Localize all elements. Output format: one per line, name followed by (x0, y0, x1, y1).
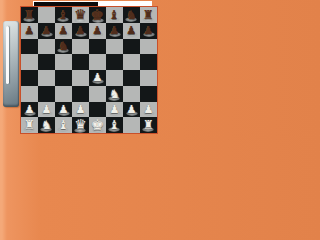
square-c4[interactable] (55, 70, 72, 86)
square-h7[interactable]: ♟ (140, 23, 157, 39)
white-rook-h1[interactable]: ♜ (143, 119, 154, 131)
white-knight-b1[interactable]: ♞ (41, 119, 52, 131)
square-h3[interactable] (140, 86, 157, 102)
square-e7[interactable]: ♟ (89, 23, 106, 39)
square-d8[interactable]: ♛ (72, 7, 89, 23)
white-pawn-d2[interactable]: ♟ (76, 104, 86, 115)
square-f1[interactable]: ♝ (106, 117, 123, 133)
square-b8[interactable] (38, 7, 55, 23)
black-bishop-f8[interactable]: ♝ (109, 9, 120, 21)
square-g5[interactable] (123, 54, 140, 70)
square-h1[interactable]: ♜ (140, 117, 157, 133)
white-bishop-f1[interactable]: ♝ (109, 119, 120, 131)
white-pawn-g2[interactable]: ♟ (127, 104, 137, 115)
square-b7[interactable]: ♟ (38, 23, 55, 39)
white-pawn-e4[interactable]: ♟ (93, 72, 103, 83)
white-king-e1[interactable]: ♚ (91, 118, 104, 133)
square-d2[interactable]: ♟ (72, 102, 89, 118)
square-f8[interactable]: ♝ (106, 7, 123, 23)
square-b1[interactable]: ♞ (38, 117, 55, 133)
square-a3[interactable] (21, 86, 38, 102)
black-pawn-f7[interactable]: ♟ (110, 25, 120, 36)
square-c2[interactable]: ♟ (55, 102, 72, 118)
square-f2[interactable]: ♟ (106, 102, 123, 118)
square-d7[interactable]: ♟ (72, 23, 89, 39)
square-h6[interactable] (140, 39, 157, 55)
square-e2[interactable] (89, 102, 106, 118)
square-a7[interactable]: ♟ (21, 23, 38, 39)
square-d5[interactable] (72, 54, 89, 70)
square-c3[interactable] (55, 86, 72, 102)
square-f6[interactable] (106, 39, 123, 55)
white-bishop-c1[interactable]: ♝ (58, 119, 69, 131)
square-g2[interactable]: ♟ (123, 102, 140, 118)
white-pawn-b2[interactable]: ♟ (42, 104, 52, 115)
black-pawn-e7[interactable]: ♟ (93, 25, 103, 36)
square-c8[interactable]: ♝ (55, 7, 72, 23)
black-pawn-d7[interactable]: ♟ (76, 25, 86, 36)
square-e4[interactable]: ♟ (89, 70, 106, 86)
square-f4[interactable] (106, 70, 123, 86)
chess-board[interactable]: ♜♝♛♚♝♞♜♟♟♟♟♟♟♟♟♞♟♞♟♟♟♟♟♟♟♜♞♝♛♚♝♜ (20, 6, 158, 134)
black-pawn-a7[interactable]: ♟ (25, 25, 35, 36)
square-c7[interactable]: ♟ (55, 23, 72, 39)
square-h8[interactable]: ♜ (140, 7, 157, 23)
white-pawn-a2[interactable]: ♟ (25, 104, 35, 115)
square-e1[interactable]: ♚ (89, 117, 106, 133)
black-pawn-b7[interactable]: ♟ (42, 25, 52, 36)
black-pawn-c7[interactable]: ♟ (59, 25, 69, 36)
square-b6[interactable] (38, 39, 55, 55)
white-queen-d1[interactable]: ♛ (74, 118, 86, 132)
square-c6[interactable]: ♞ (55, 39, 72, 55)
black-knight-g8[interactable]: ♞ (126, 9, 137, 21)
square-g3[interactable] (123, 86, 140, 102)
white-pawn-h2[interactable]: ♟ (144, 104, 154, 115)
black-knight-c6[interactable]: ♞ (58, 40, 69, 52)
square-a6[interactable] (21, 39, 38, 55)
square-c5[interactable] (55, 54, 72, 70)
square-a1[interactable]: ♜ (21, 117, 38, 133)
square-e8[interactable]: ♚ (89, 7, 106, 23)
black-king-e8[interactable]: ♚ (91, 8, 104, 23)
left-tray-panel (3, 21, 19, 107)
square-b4[interactable] (38, 70, 55, 86)
square-e5[interactable] (89, 54, 106, 70)
square-f5[interactable] (106, 54, 123, 70)
square-c1[interactable]: ♝ (55, 117, 72, 133)
square-f3[interactable]: ♞ (106, 86, 123, 102)
square-a2[interactable]: ♟ (21, 102, 38, 118)
square-d4[interactable] (72, 70, 89, 86)
black-queen-d8[interactable]: ♛ (74, 8, 86, 22)
square-b5[interactable] (38, 54, 55, 70)
square-g1[interactable] (123, 117, 140, 133)
black-rook-a8[interactable]: ♜ (24, 9, 35, 21)
black-pawn-h7[interactable]: ♟ (144, 25, 154, 36)
square-a8[interactable]: ♜ (21, 7, 38, 23)
white-knight-f3[interactable]: ♞ (109, 88, 120, 100)
black-rook-h8[interactable]: ♜ (143, 9, 154, 21)
square-g4[interactable] (123, 70, 140, 86)
square-d6[interactable] (72, 39, 89, 55)
square-a4[interactable] (21, 70, 38, 86)
white-rook-a1[interactable]: ♜ (24, 119, 35, 131)
square-d1[interactable]: ♛ (72, 117, 89, 133)
square-e6[interactable] (89, 39, 106, 55)
white-pawn-c2[interactable]: ♟ (59, 104, 69, 115)
square-g6[interactable] (123, 39, 140, 55)
square-b2[interactable]: ♟ (38, 102, 55, 118)
square-e3[interactable] (89, 86, 106, 102)
white-pawn-f2[interactable]: ♟ (110, 104, 120, 115)
square-g8[interactable]: ♞ (123, 7, 140, 23)
square-f7[interactable]: ♟ (106, 23, 123, 39)
square-b3[interactable] (38, 86, 55, 102)
square-h4[interactable] (140, 70, 157, 86)
black-bishop-c8[interactable]: ♝ (58, 9, 69, 21)
square-h5[interactable] (140, 54, 157, 70)
tray-slot-handle (6, 26, 9, 84)
square-g7[interactable]: ♟ (123, 23, 140, 39)
square-d3[interactable] (72, 86, 89, 102)
square-h2[interactable]: ♟ (140, 102, 157, 118)
black-pawn-g7[interactable]: ♟ (127, 25, 137, 36)
square-a5[interactable] (21, 54, 38, 70)
